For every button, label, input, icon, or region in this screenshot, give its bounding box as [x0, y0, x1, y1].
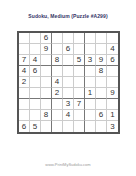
cell-r7c5-given: 3 — [63, 99, 74, 110]
cell-r3c5-empty[interactable] — [63, 55, 74, 66]
sudoku-board: 6964748539646824219378461653 — [17, 31, 120, 134]
cell-r8c9-given: 1 — [107, 110, 118, 121]
cell-r8c1-empty[interactable] — [19, 110, 30, 121]
cell-r4c6-empty[interactable] — [74, 66, 85, 77]
cell-r9c7-empty[interactable] — [85, 121, 96, 132]
cell-r5c5-empty[interactable] — [63, 77, 74, 88]
cell-r8c5-given: 4 — [63, 110, 74, 121]
cell-r3c3-empty[interactable] — [41, 55, 52, 66]
cell-r7c7-empty[interactable] — [85, 99, 96, 110]
cell-r2c7-empty[interactable] — [85, 44, 96, 55]
cell-r4c4-empty[interactable] — [52, 66, 63, 77]
cell-r6c8-empty[interactable] — [96, 88, 107, 99]
cell-r6c3-empty[interactable] — [41, 88, 52, 99]
cell-r7c8-empty[interactable] — [96, 99, 107, 110]
cell-r5c3-empty[interactable] — [41, 77, 52, 88]
footer-url: www.PrintMySudoku.com — [0, 162, 136, 167]
cell-r7c6-given: 7 — [74, 99, 85, 110]
cell-r2c4-empty[interactable] — [52, 44, 63, 55]
cell-r8c7-empty[interactable] — [85, 110, 96, 121]
cell-r5c6-empty[interactable] — [74, 77, 85, 88]
cell-r6c2-empty[interactable] — [30, 88, 41, 99]
cell-r1c5-empty[interactable] — [63, 33, 74, 44]
cell-r1c2-empty[interactable] — [30, 33, 41, 44]
cell-r9c8-empty[interactable] — [96, 121, 107, 132]
cell-r5c7-empty[interactable] — [85, 77, 96, 88]
cell-r3c1-given: 7 — [19, 55, 30, 66]
cell-r5c8-empty[interactable] — [96, 77, 107, 88]
cell-r1c8-empty[interactable] — [96, 33, 107, 44]
cell-r9c4-empty[interactable] — [52, 121, 63, 132]
cell-r1c3-given: 6 — [41, 33, 52, 44]
cell-r2c3-given: 9 — [41, 44, 52, 55]
cell-r4c7-empty[interactable] — [85, 66, 96, 77]
cell-r4c5-empty[interactable] — [63, 66, 74, 77]
cell-r3c7-given: 3 — [85, 55, 96, 66]
page-title: Sudoku, Medium (Puzzle #A299) — [0, 13, 136, 19]
cell-r9c3-empty[interactable] — [41, 121, 52, 132]
cell-r1c9-empty[interactable] — [107, 33, 118, 44]
cell-r5c4-given: 4 — [52, 77, 63, 88]
cell-r6c6-empty[interactable] — [74, 88, 85, 99]
cell-r4c3-empty[interactable] — [41, 66, 52, 77]
cell-r1c7-empty[interactable] — [85, 33, 96, 44]
cell-r2c5-given: 6 — [63, 44, 74, 55]
cell-r8c3-given: 8 — [41, 110, 52, 121]
cell-r7c4-empty[interactable] — [52, 99, 63, 110]
cell-r7c2-empty[interactable] — [30, 99, 41, 110]
cell-r4c8-given: 8 — [96, 66, 107, 77]
cell-r2c8-empty[interactable] — [96, 44, 107, 55]
cell-r7c3-empty[interactable] — [41, 99, 52, 110]
cell-r8c8-given: 6 — [96, 110, 107, 121]
cell-r8c4-empty[interactable] — [52, 110, 63, 121]
cell-r6c4-given: 2 — [52, 88, 63, 99]
cell-r6c9-given: 9 — [107, 88, 118, 99]
cell-r3c6-given: 5 — [74, 55, 85, 66]
cell-r1c6-empty[interactable] — [74, 33, 85, 44]
cell-r3c9-given: 6 — [107, 55, 118, 66]
cell-r2c6-empty[interactable] — [74, 44, 85, 55]
cell-r6c7-given: 1 — [85, 88, 96, 99]
cell-r1c4-empty[interactable] — [52, 33, 63, 44]
cell-r4c9-empty[interactable] — [107, 66, 118, 77]
cell-r6c5-empty[interactable] — [63, 88, 74, 99]
cell-r4c2-given: 6 — [30, 66, 41, 77]
cell-r9c1-given: 6 — [19, 121, 30, 132]
cell-r9c5-empty[interactable] — [63, 121, 74, 132]
cell-r2c9-given: 4 — [107, 44, 118, 55]
cell-r8c2-empty[interactable] — [30, 110, 41, 121]
cell-r3c4-given: 8 — [52, 55, 63, 66]
cell-r7c1-empty[interactable] — [19, 99, 30, 110]
cell-r5c9-empty[interactable] — [107, 77, 118, 88]
cell-r5c1-given: 2 — [19, 77, 30, 88]
cell-r7c9-empty[interactable] — [107, 99, 118, 110]
cell-r6c1-empty[interactable] — [19, 88, 30, 99]
cell-r9c2-given: 5 — [30, 121, 41, 132]
cell-r1c1-empty[interactable] — [19, 33, 30, 44]
cell-r8c6-empty[interactable] — [74, 110, 85, 121]
cell-r2c1-empty[interactable] — [19, 44, 30, 55]
cell-r3c8-given: 9 — [96, 55, 107, 66]
cell-r9c6-empty[interactable] — [74, 121, 85, 132]
cell-r2c2-empty[interactable] — [30, 44, 41, 55]
cell-r3c2-given: 4 — [30, 55, 41, 66]
cell-r9c9-given: 3 — [107, 121, 118, 132]
cell-r5c2-empty[interactable] — [30, 77, 41, 88]
cell-r4c1-given: 4 — [19, 66, 30, 77]
